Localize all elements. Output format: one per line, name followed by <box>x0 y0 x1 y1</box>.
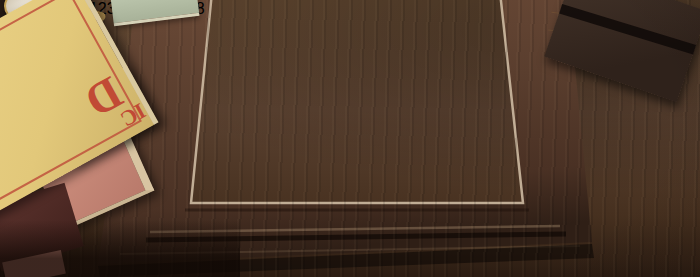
chess-app-screenshot: D IC HGFEDCBA <box>0 0 700 277</box>
shadow-corner <box>0 220 240 277</box>
